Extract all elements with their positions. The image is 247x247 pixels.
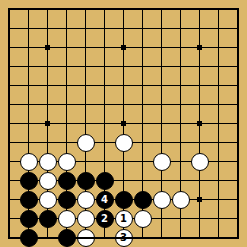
board-cell[interactable] (152, 114, 171, 133)
board-cell[interactable] (38, 152, 57, 171)
white-stone (39, 153, 57, 171)
board-cell[interactable] (171, 38, 190, 57)
board-cell[interactable] (38, 95, 57, 114)
board-cell[interactable] (209, 57, 228, 76)
board-cell[interactable] (133, 171, 152, 190)
board-cell[interactable] (152, 209, 171, 228)
board-cell[interactable] (57, 76, 76, 95)
board-cell[interactable] (152, 95, 171, 114)
board-cell[interactable] (114, 38, 133, 57)
board-cell[interactable]: 4 (95, 190, 114, 209)
board-cell[interactable] (76, 76, 95, 95)
board-cell[interactable] (114, 76, 133, 95)
board-cell[interactable] (76, 228, 95, 247)
black-stone (20, 191, 38, 209)
board-cell[interactable] (228, 0, 247, 19)
board-cell[interactable] (209, 190, 228, 209)
board-cell[interactable] (190, 38, 209, 57)
board-cell[interactable] (209, 171, 228, 190)
board-cell[interactable] (76, 190, 95, 209)
white-stone (58, 153, 76, 171)
board-cell[interactable] (152, 76, 171, 95)
board-cell[interactable] (57, 95, 76, 114)
board-cell[interactable] (0, 114, 19, 133)
board-cell[interactable] (76, 95, 95, 114)
board-cell[interactable] (133, 57, 152, 76)
board-cell[interactable] (190, 171, 209, 190)
board-cell[interactable] (95, 133, 114, 152)
board-cell[interactable] (95, 0, 114, 19)
board-cell[interactable] (38, 228, 57, 247)
board-cell[interactable] (228, 114, 247, 133)
board-cell[interactable] (152, 133, 171, 152)
white-stone (77, 210, 95, 228)
board-cell[interactable] (152, 0, 171, 19)
board-cell[interactable] (133, 38, 152, 57)
board-cell[interactable] (76, 114, 95, 133)
board-cell[interactable] (209, 114, 228, 133)
board-cell[interactable] (76, 38, 95, 57)
board-cell[interactable] (19, 133, 38, 152)
black-stone (58, 229, 76, 247)
white-stone (172, 191, 190, 209)
black-stone (58, 191, 76, 209)
board-cell[interactable] (228, 152, 247, 171)
board-cell[interactable] (133, 95, 152, 114)
board-cell[interactable] (76, 171, 95, 190)
board-grid: 4213 (0, 0, 247, 247)
black-stone (77, 172, 95, 190)
board-cell[interactable]: 1 (114, 209, 133, 228)
board-cell[interactable] (114, 133, 133, 152)
board-cell[interactable] (114, 190, 133, 209)
board-cell[interactable] (0, 57, 19, 76)
black-stone (20, 172, 38, 190)
board-cell[interactable] (19, 190, 38, 209)
board-cell[interactable] (114, 152, 133, 171)
board-cell[interactable] (133, 19, 152, 38)
board-cell[interactable]: 3 (114, 228, 133, 247)
board-cell[interactable] (133, 133, 152, 152)
black-stone (58, 172, 76, 190)
board-cell[interactable] (171, 114, 190, 133)
board-cell[interactable] (19, 95, 38, 114)
board-cell[interactable] (190, 95, 209, 114)
white-stone (115, 134, 133, 152)
star-point (197, 197, 202, 202)
black-stone (20, 229, 38, 247)
white-stone (39, 172, 57, 190)
black-stone (39, 210, 57, 228)
board-cell[interactable] (209, 152, 228, 171)
board-cell[interactable] (190, 228, 209, 247)
board-cell[interactable] (152, 152, 171, 171)
board-cell[interactable] (209, 209, 228, 228)
board-cell[interactable] (209, 228, 228, 247)
board-cell[interactable] (228, 171, 247, 190)
board-cell[interactable] (0, 209, 19, 228)
board-cell[interactable] (190, 152, 209, 171)
board-cell[interactable] (190, 19, 209, 38)
board-cell[interactable] (209, 0, 228, 19)
board-cell[interactable] (228, 38, 247, 57)
board-cell[interactable]: 2 (95, 209, 114, 228)
board-cell[interactable] (133, 190, 152, 209)
board-cell[interactable] (19, 152, 38, 171)
board-cell[interactable] (95, 152, 114, 171)
board-cell[interactable] (133, 0, 152, 19)
board-cell[interactable] (209, 38, 228, 57)
board-cell[interactable] (19, 76, 38, 95)
black-stone (96, 172, 114, 190)
board-cell[interactable] (114, 171, 133, 190)
white-stone (77, 134, 95, 152)
board-cell[interactable] (171, 133, 190, 152)
board-cell[interactable] (19, 171, 38, 190)
white-stone-move-3: 3 (115, 229, 133, 247)
board-cell[interactable] (38, 57, 57, 76)
black-stone (134, 191, 152, 209)
board-cell[interactable] (152, 19, 171, 38)
star-point (197, 121, 202, 126)
board-cell[interactable] (133, 76, 152, 95)
board-cell[interactable] (228, 57, 247, 76)
board-cell[interactable] (57, 114, 76, 133)
white-stone (153, 191, 171, 209)
board-cell[interactable] (133, 209, 152, 228)
white-stone (20, 153, 38, 171)
board-cell[interactable] (0, 0, 19, 19)
white-stone (77, 191, 95, 209)
board-cell[interactable] (95, 76, 114, 95)
board-cell[interactable] (0, 171, 19, 190)
star-point (197, 45, 202, 50)
board-cell[interactable] (0, 19, 19, 38)
board-cell[interactable] (38, 0, 57, 19)
board-cell[interactable] (38, 190, 57, 209)
white-stone (153, 153, 171, 171)
board-cell[interactable] (209, 19, 228, 38)
board-cell[interactable] (76, 152, 95, 171)
board-cell[interactable] (19, 209, 38, 228)
board-cell[interactable] (190, 76, 209, 95)
board-cell[interactable] (38, 76, 57, 95)
board-cell[interactable] (0, 133, 19, 152)
board-cell[interactable] (38, 209, 57, 228)
board-cell[interactable] (57, 171, 76, 190)
board-cell[interactable] (57, 209, 76, 228)
board-cell[interactable] (228, 209, 247, 228)
board-cell[interactable] (76, 57, 95, 76)
board-cell[interactable] (171, 209, 190, 228)
board-cell[interactable] (38, 114, 57, 133)
board-cell[interactable] (171, 190, 190, 209)
board-cell[interactable] (133, 228, 152, 247)
board-cell[interactable] (76, 209, 95, 228)
star-point (121, 121, 126, 126)
white-stone (77, 229, 95, 247)
board-cell[interactable] (190, 57, 209, 76)
board-cell[interactable] (228, 95, 247, 114)
board-cell[interactable] (0, 38, 19, 57)
board-cell[interactable] (171, 228, 190, 247)
board-cell[interactable] (38, 19, 57, 38)
board-cell[interactable] (171, 95, 190, 114)
board-cell[interactable] (76, 133, 95, 152)
board-cell[interactable] (171, 0, 190, 19)
board-cell[interactable] (95, 57, 114, 76)
board-cell[interactable] (152, 38, 171, 57)
board-cell[interactable] (114, 0, 133, 19)
board-cell[interactable] (171, 57, 190, 76)
board-cell[interactable] (38, 133, 57, 152)
board-cell[interactable] (57, 19, 76, 38)
board-cell[interactable] (228, 19, 247, 38)
board-cell[interactable] (76, 19, 95, 38)
board-cell[interactable] (57, 152, 76, 171)
board-cell[interactable] (209, 76, 228, 95)
board-cell[interactable] (95, 95, 114, 114)
board-cell[interactable] (57, 228, 76, 247)
board-cell[interactable] (190, 114, 209, 133)
star-point (121, 45, 126, 50)
black-stone (20, 210, 38, 228)
black-stone (115, 191, 133, 209)
board-cell[interactable] (171, 171, 190, 190)
board-cell[interactable] (171, 19, 190, 38)
board-cell[interactable] (133, 114, 152, 133)
white-stone-move-1: 1 (115, 210, 133, 228)
board-cell[interactable] (190, 133, 209, 152)
board-cell[interactable] (114, 57, 133, 76)
white-stone (58, 210, 76, 228)
board-cell[interactable] (57, 190, 76, 209)
board-cell[interactable] (190, 0, 209, 19)
board-cell[interactable] (57, 0, 76, 19)
board-cell[interactable] (95, 228, 114, 247)
board-cell[interactable] (95, 19, 114, 38)
board-cell[interactable] (152, 57, 171, 76)
board-cell[interactable] (57, 57, 76, 76)
board-cell[interactable] (114, 114, 133, 133)
board-cell[interactable] (19, 228, 38, 247)
board-cell[interactable] (133, 152, 152, 171)
white-stone (39, 191, 57, 209)
board-cell[interactable] (171, 76, 190, 95)
board-cell[interactable] (0, 152, 19, 171)
board-cell[interactable] (171, 152, 190, 171)
white-stone (191, 153, 209, 171)
board-cell[interactable] (228, 133, 247, 152)
board-cell[interactable] (57, 38, 76, 57)
board-cell[interactable] (152, 171, 171, 190)
board-cell[interactable] (95, 38, 114, 57)
board-cell[interactable] (38, 38, 57, 57)
board-cell[interactable] (76, 0, 95, 19)
board-cell[interactable] (0, 76, 19, 95)
board-cell[interactable] (209, 95, 228, 114)
board-cell[interactable] (152, 190, 171, 209)
board-cell[interactable] (114, 19, 133, 38)
board-cell[interactable] (190, 209, 209, 228)
star-point (45, 121, 50, 126)
board-cell[interactable] (228, 228, 247, 247)
board-cell[interactable] (228, 76, 247, 95)
board-cell[interactable] (114, 95, 133, 114)
board-cell[interactable] (0, 95, 19, 114)
board-cell[interactable] (95, 171, 114, 190)
board-cell[interactable] (57, 133, 76, 152)
board-cell[interactable] (19, 0, 38, 19)
black-stone-move-2: 2 (96, 210, 114, 228)
board-cell[interactable] (0, 228, 19, 247)
board-cell[interactable] (152, 228, 171, 247)
board-cell[interactable] (209, 133, 228, 152)
board-cell[interactable] (19, 38, 38, 57)
black-stone-move-4: 4 (96, 191, 114, 209)
board-cell[interactable] (228, 190, 247, 209)
board-cell[interactable] (0, 190, 19, 209)
board-cell[interactable] (19, 57, 38, 76)
go-board: 4213 (0, 0, 247, 247)
white-stone (134, 210, 152, 228)
board-cell[interactable] (190, 190, 209, 209)
board-cell[interactable] (19, 19, 38, 38)
star-point (45, 45, 50, 50)
board-cell[interactable] (95, 114, 114, 133)
board-cell[interactable] (38, 171, 57, 190)
board-cell[interactable] (19, 114, 38, 133)
